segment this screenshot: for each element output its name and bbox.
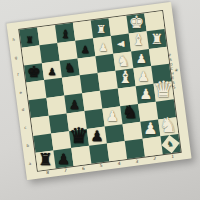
square-a6[interactable] [71, 146, 91, 166]
piece-white-n-f3[interactable]: ♞ [117, 54, 130, 69]
piece-white-p-g4[interactable]: ♟ [99, 42, 108, 53]
piece-white-b-g2[interactable]: ♝ [132, 33, 146, 48]
piece-black-q-b6[interactable]: ♛ [69, 125, 88, 147]
rank-label-5: 5 [99, 163, 102, 168]
piece-white-k-h2[interactable]: ♚ [129, 14, 144, 31]
piece-white-p-b2[interactable]: ♟ [143, 121, 157, 137]
piece-white-p-g3-fallen[interactable]: ♟ [116, 39, 126, 48]
piece-black-p-d6[interactable]: ♟ [69, 98, 80, 110]
rank-label-7: 7 [64, 168, 67, 173]
file-label-f: f [17, 72, 18, 77]
piece-white-r-h4[interactable]: ♜ [96, 24, 106, 35]
piece-black-k-f8[interactable]: ♚ [27, 65, 41, 80]
square-a5[interactable] [89, 144, 109, 164]
piece-black-p-g5[interactable]: ♟ [81, 45, 90, 55]
square-a1[interactable]: ♞ [160, 134, 180, 154]
piece-black-r-a8[interactable]: ♜ [38, 152, 53, 168]
piece-white-p-d2[interactable]: ♟ [139, 87, 152, 101]
rank-label-8: 8 [46, 170, 49, 175]
piece-black-b-h6[interactable]: ♝ [60, 28, 70, 40]
piece-white-p-c4[interactable]: ♟ [106, 109, 119, 123]
rank-label-2: 2 [153, 156, 156, 161]
knight-diamond-logo-icon: ♞ [161, 135, 179, 153]
piece-black-r-h8[interactable]: ♜ [26, 35, 34, 44]
chess-board: ♞ hgfedcba 87654321 ✳PROCHESS ♜♚♜♟♟♛♟♞♝♟… [6, 2, 191, 180]
rank-label-3: 3 [135, 159, 138, 164]
file-label-c: c [24, 125, 26, 130]
photo-background: ♞ hgfedcba 87654321 ✳PROCHESS ♜♚♜♟♟♛♟♞♝♟… [0, 0, 200, 200]
file-label-e: e [20, 90, 22, 95]
piece-black-n-c3[interactable]: ♞ [122, 104, 138, 122]
square-a3[interactable] [125, 139, 145, 159]
rank-label-1: 1 [171, 154, 174, 159]
file-label-a: a [29, 160, 31, 165]
piece-black-p-a7[interactable]: ♟ [57, 151, 70, 165]
piece-white-b-e3[interactable]: ♝ [118, 69, 133, 86]
rank-label-6: 6 [81, 166, 84, 171]
piece-white-q-d1[interactable]: ♛ [153, 77, 173, 100]
square-a2[interactable] [143, 137, 163, 157]
piece-black-n-f6[interactable]: ♞ [64, 62, 75, 75]
piece-white-n-b1[interactable]: ♞ [159, 115, 177, 135]
square-a4[interactable] [107, 141, 127, 161]
file-label-b: b [26, 143, 29, 148]
piece-white-p-f2[interactable]: ♟ [136, 53, 147, 65]
piece-black-p-f7[interactable]: ♟ [48, 67, 57, 77]
file-label-h: h [13, 37, 16, 42]
file-label-g: g [15, 55, 18, 60]
piece-black-p-b5[interactable]: ♟ [90, 129, 103, 144]
piece-white-p-e2[interactable]: ♟ [138, 70, 150, 83]
piece-white-r-g1[interactable]: ♜ [150, 32, 163, 46]
rank-label-4: 4 [117, 161, 120, 166]
file-label-d: d [22, 107, 25, 112]
